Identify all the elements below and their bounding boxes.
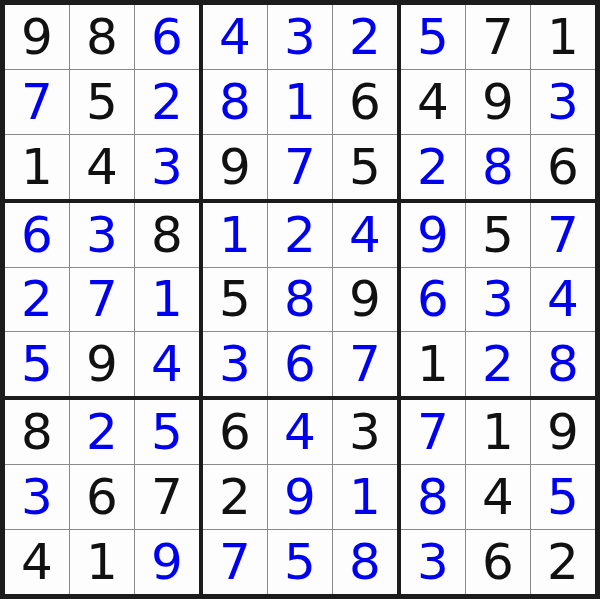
- cell-r7c9[interactable]: 9: [531, 400, 595, 464]
- cell-r6c1[interactable]: 5: [5, 332, 69, 396]
- cell-r4c8[interactable]: 5: [466, 203, 530, 267]
- cell-r2c6[interactable]: 6: [333, 70, 397, 134]
- cell-r3c4[interactable]: 9: [203, 135, 267, 199]
- cell-r4c1[interactable]: 6: [5, 203, 69, 267]
- cell-r1c3[interactable]: 6: [135, 5, 199, 69]
- cell-r1c5[interactable]: 3: [268, 5, 332, 69]
- cell-r7c8[interactable]: 1: [466, 400, 530, 464]
- cell-r4c5[interactable]: 2: [268, 203, 332, 267]
- cell-r5c5[interactable]: 8: [268, 268, 332, 332]
- cell-r4c7[interactable]: 9: [401, 203, 465, 267]
- cell-r2c7[interactable]: 4: [401, 70, 465, 134]
- cell-r8c9[interactable]: 5: [531, 465, 595, 529]
- cell-r5c4[interactable]: 5: [203, 268, 267, 332]
- cell-r7c2[interactable]: 2: [70, 400, 134, 464]
- cell-r7c7[interactable]: 7: [401, 400, 465, 464]
- cell-r6c7[interactable]: 1: [401, 332, 465, 396]
- cell-r7c5[interactable]: 4: [268, 400, 332, 464]
- block-3-1: 825367419: [5, 400, 199, 594]
- cell-r5c7[interactable]: 6: [401, 268, 465, 332]
- cell-r9c7[interactable]: 3: [401, 530, 465, 594]
- cell-r3c3[interactable]: 3: [135, 135, 199, 199]
- cell-r9c6[interactable]: 8: [333, 530, 397, 594]
- cell-r9c3[interactable]: 9: [135, 530, 199, 594]
- cell-r3c1[interactable]: 1: [5, 135, 69, 199]
- cell-r8c3[interactable]: 7: [135, 465, 199, 529]
- cell-r8c8[interactable]: 4: [466, 465, 530, 529]
- sudoku-board: 9867521434328169755714932866382715941245…: [0, 0, 600, 599]
- cell-r7c3[interactable]: 5: [135, 400, 199, 464]
- cell-r3c9[interactable]: 6: [531, 135, 595, 199]
- cell-r1c8[interactable]: 7: [466, 5, 530, 69]
- block-3-3: 719845362: [401, 400, 595, 594]
- block-2-1: 638271594: [5, 203, 199, 397]
- cell-r1c6[interactable]: 2: [333, 5, 397, 69]
- cell-r2c8[interactable]: 9: [466, 70, 530, 134]
- cell-r4c6[interactable]: 4: [333, 203, 397, 267]
- cell-r5c9[interactable]: 4: [531, 268, 595, 332]
- cell-r3c7[interactable]: 2: [401, 135, 465, 199]
- cell-r2c1[interactable]: 7: [5, 70, 69, 134]
- block-1-2: 432816975: [203, 5, 397, 199]
- cell-r1c9[interactable]: 1: [531, 5, 595, 69]
- cell-r4c9[interactable]: 7: [531, 203, 595, 267]
- cell-r8c7[interactable]: 8: [401, 465, 465, 529]
- cell-r9c8[interactable]: 6: [466, 530, 530, 594]
- cell-r2c5[interactable]: 1: [268, 70, 332, 134]
- cell-r2c4[interactable]: 8: [203, 70, 267, 134]
- cell-r6c2[interactable]: 9: [70, 332, 134, 396]
- cell-r9c5[interactable]: 5: [268, 530, 332, 594]
- cell-r4c4[interactable]: 1: [203, 203, 267, 267]
- cell-r1c4[interactable]: 4: [203, 5, 267, 69]
- cell-r6c6[interactable]: 7: [333, 332, 397, 396]
- cell-r8c1[interactable]: 3: [5, 465, 69, 529]
- cell-r3c5[interactable]: 7: [268, 135, 332, 199]
- cell-r8c5[interactable]: 9: [268, 465, 332, 529]
- cell-r6c5[interactable]: 6: [268, 332, 332, 396]
- cell-r2c9[interactable]: 3: [531, 70, 595, 134]
- cell-r1c7[interactable]: 5: [401, 5, 465, 69]
- cell-r3c6[interactable]: 5: [333, 135, 397, 199]
- cell-r1c1[interactable]: 9: [5, 5, 69, 69]
- cell-r8c6[interactable]: 1: [333, 465, 397, 529]
- cell-r9c9[interactable]: 2: [531, 530, 595, 594]
- cell-r7c6[interactable]: 3: [333, 400, 397, 464]
- cell-r6c9[interactable]: 8: [531, 332, 595, 396]
- cell-r5c8[interactable]: 3: [466, 268, 530, 332]
- cell-r6c8[interactable]: 2: [466, 332, 530, 396]
- cell-r1c2[interactable]: 8: [70, 5, 134, 69]
- cell-r8c4[interactable]: 2: [203, 465, 267, 529]
- cell-r2c2[interactable]: 5: [70, 70, 134, 134]
- block-2-3: 957634128: [401, 203, 595, 397]
- block-2-2: 124589367: [203, 203, 397, 397]
- cell-r9c4[interactable]: 7: [203, 530, 267, 594]
- cell-r8c2[interactable]: 6: [70, 465, 134, 529]
- cell-r5c3[interactable]: 1: [135, 268, 199, 332]
- cell-r4c3[interactable]: 8: [135, 203, 199, 267]
- cell-r7c1[interactable]: 8: [5, 400, 69, 464]
- cell-r9c1[interactable]: 4: [5, 530, 69, 594]
- cell-r3c8[interactable]: 8: [466, 135, 530, 199]
- cell-r4c2[interactable]: 3: [70, 203, 134, 267]
- cell-r5c6[interactable]: 9: [333, 268, 397, 332]
- block-1-1: 986752143: [5, 5, 199, 199]
- block-1-3: 571493286: [401, 5, 595, 199]
- cell-r6c3[interactable]: 4: [135, 332, 199, 396]
- cell-r9c2[interactable]: 1: [70, 530, 134, 594]
- cell-r3c2[interactable]: 4: [70, 135, 134, 199]
- cell-r7c4[interactable]: 6: [203, 400, 267, 464]
- cell-r5c1[interactable]: 2: [5, 268, 69, 332]
- cell-r6c4[interactable]: 3: [203, 332, 267, 396]
- block-3-2: 643291758: [203, 400, 397, 594]
- cell-r2c3[interactable]: 2: [135, 70, 199, 134]
- cell-r5c2[interactable]: 7: [70, 268, 134, 332]
